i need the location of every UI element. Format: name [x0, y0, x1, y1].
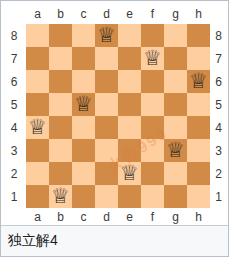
- square-f2: [141, 162, 164, 185]
- square-c2: [72, 162, 95, 185]
- square-d2: [95, 162, 118, 185]
- square-g1: [164, 185, 187, 208]
- square-e5: [118, 93, 141, 116]
- square-e1: [118, 185, 141, 208]
- rank-label-1-left: 1: [2, 185, 26, 208]
- rank-label-4-right: 4: [210, 116, 227, 139]
- square-f8: [141, 24, 164, 47]
- square-h3: [187, 139, 210, 162]
- square-a1: [26, 185, 49, 208]
- square-b8: [49, 24, 72, 47]
- square-e8: [118, 24, 141, 47]
- square-a8: [26, 24, 49, 47]
- file-label-c-top: c: [72, 4, 95, 24]
- white-queen-h6: ♕: [189, 69, 208, 92]
- white-queen-e2: ♕: [120, 161, 139, 184]
- square-a3: [26, 139, 49, 162]
- rank-label-8-left: 8: [2, 24, 26, 47]
- white-queen-a4: ♕: [28, 115, 47, 138]
- square-h8: [187, 24, 210, 47]
- square-b3: [49, 139, 72, 162]
- square-b5: [49, 93, 72, 116]
- file-label-f-top: f: [141, 4, 164, 24]
- rank-label-7-left: 7: [2, 47, 26, 70]
- square-c8: [72, 24, 95, 47]
- square-g4: [164, 116, 187, 139]
- rank-label-7-right: 7: [210, 47, 227, 70]
- square-b4: [49, 116, 72, 139]
- square-b2: [49, 162, 72, 185]
- square-f3: [141, 139, 164, 162]
- square-d1: [95, 185, 118, 208]
- rank-label-1-right: 1: [210, 185, 227, 208]
- file-label-b-top: b: [49, 4, 72, 24]
- square-f5: [141, 93, 164, 116]
- rank-label-6-right: 6: [210, 70, 227, 93]
- file-label-g-top: g: [164, 4, 187, 24]
- file-label-c-bottom: c: [72, 208, 95, 225]
- square-b7: [49, 47, 72, 70]
- square-c1: [72, 185, 95, 208]
- square-f1: [141, 185, 164, 208]
- board-area: abcdefgh8♕87♕76♕65♕54♕43♕32♕21♕1abcdefgh…: [1, 1, 228, 225]
- file-label-h-top: h: [187, 4, 210, 24]
- square-c3: [72, 139, 95, 162]
- square-c7: [72, 47, 95, 70]
- square-b1: ♕: [49, 185, 72, 208]
- file-label-f-bottom: f: [141, 208, 164, 225]
- rank-label-3-left: 3: [2, 139, 26, 162]
- square-a7: [26, 47, 49, 70]
- corner-bottom-left: [2, 208, 26, 225]
- square-h5: [187, 93, 210, 116]
- square-g8: [164, 24, 187, 47]
- file-label-h-bottom: h: [187, 208, 210, 225]
- square-g3: ♕: [164, 139, 187, 162]
- square-d6: [95, 70, 118, 93]
- square-a6: [26, 70, 49, 93]
- white-queen-g3: ♕: [166, 138, 185, 161]
- rank-label-2-right: 2: [210, 162, 227, 185]
- square-d7: [95, 47, 118, 70]
- rank-label-4-left: 4: [2, 116, 26, 139]
- square-f7: ♕: [141, 47, 164, 70]
- corner-bottom-right: [210, 208, 227, 225]
- square-a4: ♕: [26, 116, 49, 139]
- square-d5: [95, 93, 118, 116]
- square-e3: [118, 139, 141, 162]
- square-g7: [164, 47, 187, 70]
- square-f4: [141, 116, 164, 139]
- corner-top-right: [210, 4, 227, 24]
- white-queen-c5: ♕: [74, 92, 93, 115]
- file-label-d-bottom: d: [95, 208, 118, 225]
- square-h2: [187, 162, 210, 185]
- square-h7: [187, 47, 210, 70]
- corner-top-left: [2, 4, 26, 24]
- square-d3: [95, 139, 118, 162]
- file-label-e-bottom: e: [118, 208, 141, 225]
- rank-label-5-left: 5: [2, 93, 26, 116]
- file-label-a-bottom: a: [26, 208, 49, 225]
- square-e2: ♕: [118, 162, 141, 185]
- square-d4: [95, 116, 118, 139]
- square-g5: [164, 93, 187, 116]
- square-a5: [26, 93, 49, 116]
- square-h4: [187, 116, 210, 139]
- white-queen-f7: ♕: [143, 46, 162, 69]
- rank-label-2-left: 2: [2, 162, 26, 185]
- square-e7: [118, 47, 141, 70]
- file-label-g-bottom: g: [164, 208, 187, 225]
- square-g6: [164, 70, 187, 93]
- square-e6: [118, 70, 141, 93]
- file-label-e-top: e: [118, 4, 141, 24]
- square-b6: [49, 70, 72, 93]
- chess-board: abcdefgh8♕87♕76♕65♕54♕43♕32♕21♕1abcdefgh: [2, 4, 228, 225]
- file-label-a-top: a: [26, 4, 49, 24]
- chess-diagram-panel: abcdefgh8♕87♕76♕65♕54♕43♕32♕21♕1abcdefgh…: [0, 0, 229, 257]
- white-queen-b1: ♕: [51, 184, 70, 207]
- caption: 独立解4: [1, 225, 228, 256]
- rank-label-6-left: 6: [2, 70, 26, 93]
- square-e4: [118, 116, 141, 139]
- rank-label-5-right: 5: [210, 93, 227, 116]
- square-h1: [187, 185, 210, 208]
- square-a2: [26, 162, 49, 185]
- square-c4: [72, 116, 95, 139]
- file-label-d-top: d: [95, 4, 118, 24]
- file-label-b-bottom: b: [49, 208, 72, 225]
- square-c6: [72, 70, 95, 93]
- square-c5: ♕: [72, 93, 95, 116]
- square-f6: [141, 70, 164, 93]
- white-queen-d8: ♕: [97, 23, 116, 46]
- square-d8: ♕: [95, 24, 118, 47]
- square-g2: [164, 162, 187, 185]
- rank-label-3-right: 3: [210, 139, 227, 162]
- square-h6: ♕: [187, 70, 210, 93]
- rank-label-8-right: 8: [210, 24, 227, 47]
